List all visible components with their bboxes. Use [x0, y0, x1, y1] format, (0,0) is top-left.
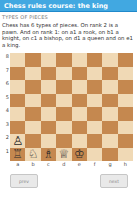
square-c8 [41, 53, 56, 67]
square-c7 [41, 67, 56, 81]
white-rook: ♖ [12, 148, 23, 161]
square-b8 [25, 53, 40, 67]
course-title: Chess rules course: the king [4, 2, 108, 10]
square-b5 [25, 94, 40, 108]
square-f5 [87, 94, 102, 108]
file-label-d: d [56, 161, 71, 168]
square-g7 [102, 67, 117, 81]
square-b3 [25, 121, 40, 135]
square-d1: ♕ [56, 148, 71, 162]
file-label-a: a [10, 161, 25, 168]
next-button[interactable]: next [100, 174, 128, 188]
lesson-navigation: prev next [0, 174, 137, 188]
square-h3 [118, 121, 133, 135]
square-b1: ♘ [25, 148, 40, 162]
section-label: TYPES OF PIECES [2, 14, 137, 20]
square-e4 [72, 107, 87, 121]
square-h4 [118, 107, 133, 121]
square-h6 [118, 80, 133, 94]
square-e6 [72, 80, 87, 94]
square-c6 [41, 80, 56, 94]
white-pawn: ♙ [12, 135, 23, 148]
square-d5 [56, 94, 71, 108]
square-g2 [102, 134, 117, 148]
square-f6 [87, 80, 102, 94]
square-e5 [72, 94, 87, 108]
lesson-text: Chess has 6 types of pieces. On rank 2 i… [2, 22, 135, 48]
rank-label-1: 1 [3, 148, 10, 162]
square-a1: ♖ [10, 148, 25, 162]
square-d7 [56, 67, 71, 81]
square-a3 [10, 121, 25, 135]
prev-button[interactable]: prev [10, 174, 38, 188]
chess-board-area: 87654321 ♙♖♘♗♕♔ [3, 53, 137, 161]
square-e2 [72, 134, 87, 148]
rank-label-2: 2 [3, 134, 10, 148]
white-bishop: ♗ [43, 148, 54, 161]
square-g3 [102, 121, 117, 135]
square-g4 [102, 107, 117, 121]
white-king: ♔ [74, 148, 85, 161]
square-a7 [10, 67, 25, 81]
file-label-e: e [72, 161, 87, 168]
square-g1 [102, 148, 117, 162]
square-d6 [56, 80, 71, 94]
square-g6 [102, 80, 117, 94]
square-b7 [25, 67, 40, 81]
rank-label-6: 6 [3, 80, 10, 94]
square-e1: ♔ [72, 148, 87, 162]
rank-label-5: 5 [3, 94, 10, 108]
square-g8 [102, 53, 117, 67]
rank-label-3: 3 [3, 121, 10, 135]
square-a6 [10, 80, 25, 94]
file-label-f: f [87, 161, 102, 168]
square-c2 [41, 134, 56, 148]
file-label-c: c [41, 161, 56, 168]
rank-labels: 87654321 [3, 53, 10, 161]
square-e7 [72, 67, 87, 81]
square-d2 [56, 134, 71, 148]
square-a2: ♙ [10, 134, 25, 148]
square-f8 [87, 53, 102, 67]
rank-label-8: 8 [3, 53, 10, 67]
square-g5 [102, 94, 117, 108]
chess-board: ♙♖♘♗♕♔ [10, 53, 133, 161]
square-a5 [10, 94, 25, 108]
file-label-g: g [102, 161, 117, 168]
square-h8 [118, 53, 133, 67]
square-h2 [118, 134, 133, 148]
rank-label-4: 4 [3, 107, 10, 121]
rank-label-7: 7 [3, 67, 10, 81]
square-e3 [72, 121, 87, 135]
square-b4 [25, 107, 40, 121]
square-a4 [10, 107, 25, 121]
square-d8 [56, 53, 71, 67]
square-e8 [72, 53, 87, 67]
square-f2 [87, 134, 102, 148]
square-h5 [118, 94, 133, 108]
file-label-h: h [118, 161, 133, 168]
square-c5 [41, 94, 56, 108]
square-h1 [118, 148, 133, 162]
white-knight: ♘ [28, 148, 39, 161]
file-labels: abcdefgh [10, 161, 137, 168]
square-c4 [41, 107, 56, 121]
course-header: Chess rules course: the king [0, 0, 137, 12]
square-f7 [87, 67, 102, 81]
square-a8 [10, 53, 25, 67]
square-f3 [87, 121, 102, 135]
file-label-b: b [25, 161, 40, 168]
square-d4 [56, 107, 71, 121]
square-c1: ♗ [41, 148, 56, 162]
square-f4 [87, 107, 102, 121]
square-b6 [25, 80, 40, 94]
white-queen: ♕ [58, 148, 69, 161]
square-c3 [41, 121, 56, 135]
square-f1 [87, 148, 102, 162]
square-d3 [56, 121, 71, 135]
square-b2 [25, 134, 40, 148]
square-h7 [118, 67, 133, 81]
